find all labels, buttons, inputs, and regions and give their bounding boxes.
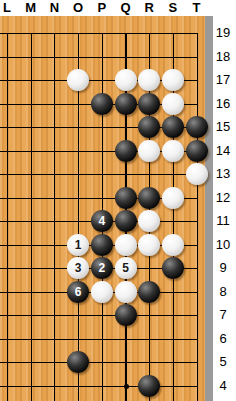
- move-number-label: 4: [98, 210, 105, 232]
- stone-black-q16[interactable]: [115, 93, 137, 115]
- stone-white-q8[interactable]: [115, 281, 137, 303]
- stone-white-r14[interactable]: [138, 140, 160, 162]
- stone-black-r16[interactable]: [138, 93, 160, 115]
- stone-black-t14[interactable]: [186, 140, 208, 162]
- row-label-15: 15: [211, 119, 235, 135]
- stone-white-s10[interactable]: [162, 234, 184, 256]
- stone-black-r4[interactable]: [138, 375, 160, 397]
- stone-white-o9[interactable]: 3: [67, 257, 89, 279]
- stone-black-s15[interactable]: [162, 116, 184, 138]
- stone-black-p16[interactable]: [91, 93, 113, 115]
- row-label-9: 9: [211, 260, 235, 276]
- stone-black-o5[interactable]: [67, 351, 89, 373]
- row-label-11: 11: [211, 213, 235, 229]
- move-number-label: 1: [75, 234, 82, 256]
- row-label-7: 7: [211, 307, 235, 323]
- stone-white-q17[interactable]: [115, 69, 137, 91]
- row-label-14: 14: [211, 143, 235, 159]
- stone-white-q10[interactable]: [115, 234, 137, 256]
- stone-black-q11[interactable]: [115, 210, 137, 232]
- column-label-M: M: [22, 1, 40, 15]
- stone-black-q12[interactable]: [115, 187, 137, 209]
- stone-white-r10[interactable]: [138, 234, 160, 256]
- row-label-12: 12: [211, 190, 235, 206]
- stone-black-r12[interactable]: [138, 187, 160, 209]
- column-label-P: P: [93, 1, 111, 15]
- column-label-O: O: [69, 1, 87, 15]
- stone-white-p8[interactable]: [91, 281, 113, 303]
- go-board-diagram: LMNOPQRST1918171615141312111098765441325…: [0, 0, 236, 401]
- row-label-13: 13: [211, 166, 235, 182]
- stone-black-s9[interactable]: [162, 257, 184, 279]
- column-label-R: R: [140, 1, 158, 15]
- stone-black-q14[interactable]: [115, 140, 137, 162]
- row-label-17: 17: [211, 72, 235, 88]
- row-label-18: 18: [211, 49, 235, 65]
- stone-black-q7[interactable]: [115, 304, 137, 326]
- stone-black-p10[interactable]: [91, 234, 113, 256]
- column-label-L: L: [0, 1, 16, 15]
- stone-black-p9[interactable]: 2: [91, 257, 113, 279]
- stone-black-p11[interactable]: 4: [91, 210, 113, 232]
- stone-white-q9[interactable]: 5: [115, 257, 137, 279]
- stone-white-s12[interactable]: [162, 187, 184, 209]
- column-label-N: N: [45, 1, 63, 15]
- column-label-Q: Q: [117, 1, 135, 15]
- move-number-label: 6: [75, 281, 82, 303]
- row-label-4: 4: [211, 378, 235, 394]
- stone-white-s17[interactable]: [162, 69, 184, 91]
- column-label-S: S: [164, 1, 182, 15]
- row-label-19: 19: [211, 25, 235, 41]
- column-label-T: T: [188, 1, 206, 15]
- move-number-label: 5: [122, 257, 129, 279]
- stone-white-s14[interactable]: [162, 140, 184, 162]
- stone-white-o10[interactable]: 1: [67, 234, 89, 256]
- stone-black-r8[interactable]: [138, 281, 160, 303]
- stone-white-o17[interactable]: [67, 69, 89, 91]
- row-label-6: 6: [211, 331, 235, 347]
- row-label-16: 16: [211, 96, 235, 112]
- row-label-8: 8: [211, 284, 235, 300]
- move-number-label: 3: [75, 257, 82, 279]
- stone-white-t13[interactable]: [186, 163, 208, 185]
- row-label-10: 10: [211, 237, 235, 253]
- row-label-5: 5: [211, 354, 235, 370]
- move-number-label: 2: [98, 257, 105, 279]
- stone-black-t15[interactable]: [186, 116, 208, 138]
- stone-black-o8[interactable]: 6: [67, 281, 89, 303]
- stone-white-s16[interactable]: [162, 93, 184, 115]
